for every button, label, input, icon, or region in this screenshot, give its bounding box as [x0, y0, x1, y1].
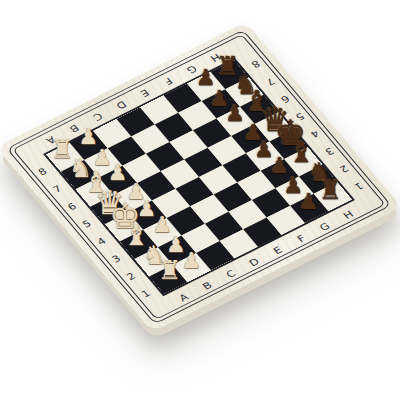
piece-white-rook-a1: ♜	[158, 257, 181, 283]
piece-black-rook-h1: ♜	[319, 177, 342, 203]
piece-white-pawn-b6: ♟	[108, 162, 128, 184]
piece-white-pawn-b1: ♟	[181, 250, 201, 272]
piece-black-pawn-g1: ♟	[299, 191, 319, 213]
photo-scene: AABBCCDDEEFFGGHH8877665544332211♜♟♟♜♞♟♟♞…	[0, 0, 400, 400]
chess-board: AABBCCDDEEFFGGHH8877665544332211♜♟♟♜♞♟♟♞…	[0, 22, 400, 333]
piece-black-pawn-g6: ♟	[225, 103, 245, 125]
